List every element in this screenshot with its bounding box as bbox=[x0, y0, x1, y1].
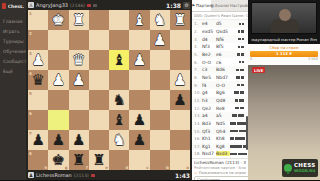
square-c1[interactable]: ♝ bbox=[129, 10, 149, 30]
black-move[interactable]: Nf6 bbox=[216, 37, 230, 42]
stream-column: Международный мастер Роман Янчен Сбор на… bbox=[248, 0, 320, 180]
black-pawn-g7[interactable]: ♟ bbox=[48, 130, 68, 150]
chesswood-logo-line2: WOOD.RU bbox=[294, 169, 316, 173]
move-time-bars bbox=[230, 107, 246, 110]
square-g5[interactable] bbox=[48, 90, 68, 110]
sidebar-item-обучение[interactable]: Обучение bbox=[0, 46, 26, 56]
white-pawn-g4[interactable]: ♟ bbox=[48, 70, 68, 90]
move-row: 1.e4d5 bbox=[192, 20, 248, 28]
black-move[interactable]: O-O bbox=[216, 83, 230, 88]
move-time-bars bbox=[230, 76, 246, 79]
black-move[interactable]: Bg6 bbox=[216, 90, 230, 95]
white-move[interactable]: O-O bbox=[202, 60, 216, 65]
move-time-bars bbox=[230, 91, 246, 94]
move-time-bars bbox=[230, 69, 246, 72]
white-pawn-f4[interactable]: ♟ bbox=[69, 70, 89, 90]
bottom-player-bar: ♟ LichessRoman (2113) 1:43 bbox=[26, 170, 192, 180]
square-e4[interactable] bbox=[89, 70, 109, 90]
bottom-player-avatar[interactable]: ♟ bbox=[28, 172, 34, 178]
square-h1[interactable]: 1 bbox=[28, 10, 48, 30]
tab-label: Настройки bbox=[230, 3, 248, 8]
white-move[interactable]: exd5 bbox=[202, 29, 216, 34]
white-move[interactable]: Nxd7 bbox=[202, 151, 216, 156]
black-move[interactable]: Kg8 bbox=[216, 144, 230, 149]
square-c8[interactable]: c bbox=[129, 150, 149, 170]
tab-label: Анализ bbox=[215, 3, 229, 8]
file-label: h bbox=[44, 165, 47, 170]
donation-amount: 1 113 ₽ bbox=[250, 51, 318, 57]
square-g3[interactable] bbox=[48, 50, 68, 70]
white-pawn-b2[interactable]: ♟ bbox=[150, 30, 170, 50]
chesswood-logo: CHESS WOOD.RU bbox=[282, 159, 318, 177]
square-e1[interactable] bbox=[89, 10, 109, 30]
opening-name: D00: Queen's Pawn Game: Chigorin Variati… bbox=[192, 12, 248, 20]
black-move[interactable]: Nd5 bbox=[216, 121, 230, 126]
streamer-webcam bbox=[251, 2, 317, 34]
live-badge: LIVE bbox=[252, 67, 265, 73]
move-panel-tabs: ⚑Партия▦Анализ⚙Настройки bbox=[192, 0, 248, 12]
move-number: 10. bbox=[194, 90, 202, 95]
settings-icon[interactable]: ⚙ bbox=[183, 2, 190, 9]
move-list: 1.e4d52.exd5Qxd53.d4Nf64.Nf3Bf55.Be2e66.… bbox=[192, 20, 248, 158]
square-d5[interactable]: ♞ bbox=[109, 90, 129, 110]
sidebar-item-играть[interactable]: Играть bbox=[0, 26, 26, 36]
square-a3[interactable] bbox=[170, 50, 190, 70]
square-b8[interactable]: b bbox=[150, 150, 170, 170]
move-row: 10.g4Bg6 bbox=[192, 89, 248, 97]
white-move[interactable]: f4 bbox=[202, 83, 216, 88]
sidebar-item-главная[interactable]: Главная bbox=[0, 16, 26, 26]
square-e6[interactable] bbox=[89, 110, 109, 130]
black-king-g8[interactable]: ♚ bbox=[48, 150, 68, 170]
top-player-badge-icon bbox=[93, 4, 97, 7]
file-label: b bbox=[166, 165, 169, 170]
move-number: 17. bbox=[194, 144, 202, 149]
report-link[interactable]: ⚠ Пожаловаться на игрока bbox=[194, 170, 246, 175]
tab-icon: ⚑ bbox=[192, 3, 195, 8]
move-number: 14. bbox=[194, 121, 202, 126]
square-c6[interactable]: ♟ bbox=[129, 110, 149, 130]
black-move[interactable]: Bf5 bbox=[216, 44, 230, 49]
square-h2[interactable]: 2 bbox=[28, 30, 48, 50]
white-move[interactable]: Qf3 bbox=[202, 129, 216, 134]
square-f6[interactable] bbox=[69, 110, 89, 130]
move-number: 5. bbox=[194, 52, 202, 57]
move-number: 15. bbox=[194, 129, 202, 134]
square-b6[interactable] bbox=[150, 110, 170, 130]
donation-scale-max: 3 000 bbox=[308, 57, 318, 61]
white-move[interactable]: Be2 bbox=[202, 52, 216, 57]
move-time-bars bbox=[230, 38, 246, 41]
black-move[interactable]: a5 bbox=[216, 113, 230, 118]
donation-widget: Сбор на стрим 1 113 ₽ 0 3 000 bbox=[248, 44, 320, 65]
black-move[interactable]: Qxd5 bbox=[216, 29, 230, 34]
move-row: 18.Nxd7Bxd3 bbox=[192, 150, 248, 158]
move-time-bars bbox=[230, 53, 246, 56]
black-pawn-a5[interactable]: ♟ bbox=[170, 90, 190, 110]
square-e8[interactable]: e♜ bbox=[89, 150, 109, 170]
black-move[interactable]: Bd6 bbox=[216, 67, 230, 72]
square-a8[interactable]: a bbox=[170, 150, 190, 170]
square-d1[interactable] bbox=[109, 10, 129, 30]
tab-настройки[interactable]: ⚙Настройки bbox=[229, 0, 248, 11]
move-number: 12. bbox=[194, 106, 202, 111]
black-move[interactable]: d5 bbox=[216, 21, 230, 26]
top-player-name[interactable]: AngryJang33 bbox=[36, 2, 68, 8]
square-b2[interactable]: ♟ bbox=[150, 30, 170, 50]
tab-icon: ▦ bbox=[211, 3, 214, 8]
file-label: c bbox=[146, 165, 148, 170]
move-time-bars bbox=[230, 61, 246, 64]
square-h4[interactable]: 4♛ bbox=[28, 70, 48, 90]
white-rook-f1[interactable]: ♜ bbox=[69, 10, 89, 30]
bottom-player-clock: 1:43 bbox=[175, 172, 190, 179]
square-g7[interactable]: ♟ bbox=[48, 130, 68, 150]
square-a6[interactable] bbox=[170, 110, 190, 130]
site-sidebar: Chess.com ГлавнаяИгратьТурнирыОбучениеСо… bbox=[0, 0, 26, 180]
move-row: 16.Kh1Kh8 bbox=[192, 135, 248, 143]
top-player-flag-icon bbox=[87, 4, 91, 7]
move-row: 6.O-Oc6 bbox=[192, 58, 248, 66]
square-d4[interactable] bbox=[109, 70, 129, 90]
black-bishop-d3[interactable]: ♝ bbox=[109, 50, 129, 70]
white-bishop-c1[interactable]: ♝ bbox=[129, 10, 149, 30]
square-c4[interactable] bbox=[129, 70, 149, 90]
square-b4[interactable] bbox=[150, 70, 170, 90]
black-pawn-f7[interactable]: ♟ bbox=[69, 130, 89, 150]
square-c3[interactable]: ♟ bbox=[129, 50, 149, 70]
white-move[interactable]: g4 bbox=[202, 90, 216, 95]
square-g1[interactable]: ♚ bbox=[48, 10, 68, 30]
square-e5[interactable] bbox=[89, 90, 109, 110]
move-number: 7. bbox=[194, 67, 202, 72]
square-a7[interactable] bbox=[170, 130, 190, 150]
rank-label: 2 bbox=[29, 31, 32, 36]
rank-label: 8 bbox=[29, 151, 32, 156]
white-king-g1[interactable]: ♚ bbox=[48, 10, 68, 30]
square-d3[interactable]: ♝ bbox=[109, 50, 129, 70]
white-move[interactable]: a4 bbox=[202, 113, 216, 118]
sidebar-item-ещё[interactable]: Ещё bbox=[0, 66, 26, 76]
move-row: 5.Be2e6 bbox=[192, 51, 248, 59]
file-label: d bbox=[125, 165, 128, 170]
white-move[interactable]: h3 bbox=[202, 98, 216, 103]
move-number: 3. bbox=[194, 37, 202, 42]
square-f4[interactable]: ♟ bbox=[69, 70, 89, 90]
tree-icon bbox=[284, 164, 292, 172]
black-bishop-d6[interactable]: ♝ bbox=[109, 110, 129, 130]
move-row: 13.a4a5 bbox=[192, 112, 248, 120]
move-number: 4. bbox=[194, 44, 202, 49]
donation-title: Сбор на стрим bbox=[248, 44, 320, 50]
black-knight-d5[interactable]: ♞ bbox=[109, 90, 129, 110]
black-pawn-h7[interactable]: ♟ bbox=[28, 130, 48, 150]
square-f1[interactable]: ♜ bbox=[69, 10, 89, 30]
white-queen-f3[interactable]: ♛ bbox=[69, 50, 89, 70]
move-row: 9.f4O-O bbox=[192, 81, 248, 89]
tab-партия[interactable]: ⚑Партия bbox=[192, 0, 211, 11]
move-row: 2.exd5Qxd5 bbox=[192, 28, 248, 36]
square-e3[interactable] bbox=[89, 50, 109, 70]
square-c5[interactable] bbox=[129, 90, 149, 110]
black-queen-h4[interactable]: ♛ bbox=[28, 70, 48, 90]
move-time-bars bbox=[230, 99, 246, 102]
move-row: 4.Nf3Bf5 bbox=[192, 43, 248, 51]
move-number: 18. bbox=[194, 151, 202, 156]
square-a1[interactable]: ♜ bbox=[170, 10, 190, 30]
move-number: 2. bbox=[194, 29, 202, 34]
move-row: 3.d4Nf6 bbox=[192, 35, 248, 43]
tab-анализ[interactable]: ▦Анализ bbox=[211, 0, 230, 11]
square-d6[interactable]: ♝ bbox=[109, 110, 129, 130]
move-row: 14.Bd3Nd5 bbox=[192, 120, 248, 128]
top-player-rating: (2146) bbox=[70, 3, 85, 8]
black-move[interactable]: c6 bbox=[216, 60, 230, 65]
desk-background: LIVE CHESS WOOD.RU bbox=[248, 65, 320, 180]
square-h7[interactable]: 7♟ bbox=[28, 130, 48, 150]
move-panel: ⚑Партия▦Анализ⚙Настройки D00: Queen's Pa… bbox=[192, 0, 248, 180]
black-rook-e8[interactable]: ♜ bbox=[89, 150, 109, 170]
move-number: 16. bbox=[194, 136, 202, 141]
bottom-player-rating: (2113) bbox=[74, 173, 89, 178]
white-move[interactable]: c3 bbox=[202, 67, 216, 72]
black-move[interactable]: Nbd7 bbox=[216, 75, 230, 80]
move-row: 12.Qe2Re8 bbox=[192, 104, 248, 112]
tab-label: Партия bbox=[196, 3, 211, 8]
square-h6[interactable]: 6 bbox=[28, 110, 48, 130]
move-time-bars bbox=[230, 30, 246, 33]
rank-label: 6 bbox=[29, 111, 32, 116]
move-number: 6. bbox=[194, 60, 202, 65]
square-h3[interactable]: 3♟ bbox=[28, 50, 48, 70]
streamer-caption: Международный мастер Роман Янчен bbox=[251, 35, 317, 43]
move-number: 11. bbox=[194, 98, 202, 103]
square-g2[interactable] bbox=[48, 30, 68, 50]
sidebar-menu: ГлавнаяИгратьТурнирыОбучениеСообществоЕщ… bbox=[0, 16, 26, 76]
square-g8[interactable]: g♚ bbox=[48, 150, 68, 170]
move-time-bars bbox=[230, 23, 246, 26]
white-move[interactable]: e4 bbox=[202, 21, 216, 26]
square-e2[interactable] bbox=[89, 30, 109, 50]
sidebar-item-сообщество[interactable]: Сообщество bbox=[0, 56, 26, 66]
rank-label: 1 bbox=[29, 11, 32, 16]
square-b1[interactable]: ♞ bbox=[150, 10, 170, 30]
board-column: ♙ AngryJang33 (2146) 1:38 ⚙ 1♚♜♝♞♜2♟3♟♛♝… bbox=[26, 0, 192, 180]
move-row: 17.Kg1Kg8 bbox=[192, 143, 248, 151]
move-time-bars bbox=[230, 153, 248, 156]
black-move[interactable]: e6 bbox=[216, 52, 230, 57]
donation-scale-min: 0 bbox=[250, 57, 252, 61]
move-time-bars bbox=[230, 114, 246, 117]
top-player-avatar[interactable]: ♙ bbox=[28, 2, 34, 8]
move-row: 7.c3Bd6 bbox=[192, 66, 248, 74]
square-b5[interactable] bbox=[150, 90, 170, 110]
move-time-bars bbox=[230, 84, 246, 87]
move-time-bars bbox=[230, 46, 246, 49]
white-pawn-c3[interactable]: ♟ bbox=[129, 50, 149, 70]
bottom-player-name[interactable]: LichessRoman bbox=[36, 172, 72, 178]
move-number: 9. bbox=[194, 83, 202, 88]
white-move[interactable]: d4 bbox=[202, 37, 216, 42]
move-number: 8. bbox=[194, 75, 202, 80]
square-c7[interactable]: ♟ bbox=[129, 130, 149, 150]
move-number: 13. bbox=[194, 113, 202, 118]
white-knight-d7[interactable]: ♞ bbox=[109, 130, 129, 150]
square-a5[interactable]: ♟ bbox=[170, 90, 190, 110]
stream-overlay-root: Chess.com ГлавнаяИгратьТурнирыОбучениеСо… bbox=[0, 0, 320, 180]
black-pawn-c6[interactable]: ♟ bbox=[129, 110, 149, 130]
warning-icon: ⚠ bbox=[194, 170, 197, 175]
move-row: 8.Ne5Nbd7 bbox=[192, 74, 248, 82]
donation-progress-bar: 1 113 ₽ bbox=[250, 51, 318, 57]
square-f5[interactable] bbox=[69, 90, 89, 110]
square-a4[interactable]: ♟ bbox=[170, 70, 190, 90]
chat-input[interactable] bbox=[194, 176, 255, 181]
white-move[interactable]: Nf3 bbox=[202, 44, 216, 49]
square-b7[interactable] bbox=[150, 130, 170, 150]
white-rook-a1[interactable]: ♜ bbox=[170, 10, 190, 30]
square-h8[interactable]: 8h bbox=[28, 150, 48, 170]
square-h5[interactable]: 5 bbox=[28, 90, 48, 110]
move-row: 15.Qf3Qh4 bbox=[192, 127, 248, 135]
sidebar-item-турниры[interactable]: Турниры bbox=[0, 36, 26, 46]
streamer-face bbox=[279, 9, 291, 21]
bottom-player-flag-icon bbox=[91, 174, 95, 177]
white-move[interactable]: Kh1 bbox=[202, 136, 216, 141]
square-b3[interactable] bbox=[150, 50, 170, 70]
black-rook-f8[interactable]: ♜ bbox=[69, 150, 89, 170]
move-time-bars bbox=[230, 137, 247, 140]
square-f8[interactable]: f♜ bbox=[69, 150, 89, 170]
square-d8[interactable]: d bbox=[109, 150, 129, 170]
white-move[interactable]: Bd3 bbox=[202, 121, 216, 126]
white-knight-b1[interactable]: ♞ bbox=[150, 10, 170, 30]
site-logo[interactable]: Chess.com bbox=[0, 0, 26, 12]
square-f2[interactable] bbox=[69, 30, 89, 50]
move-number: 1. bbox=[194, 21, 202, 26]
square-d2[interactable] bbox=[109, 30, 129, 50]
black-move[interactable]: Qd8 bbox=[216, 98, 230, 103]
square-a2[interactable] bbox=[170, 30, 190, 50]
move-row: 11.h3Qd8 bbox=[192, 97, 248, 105]
white-move[interactable]: Ne5 bbox=[202, 75, 216, 80]
game-info-chat: LichessRoman (2113) · 3 мин Рейтинговая … bbox=[192, 158, 248, 180]
square-f3[interactable]: ♛ bbox=[69, 50, 89, 70]
black-move[interactable]: Qh4 bbox=[216, 129, 230, 134]
black-pawn-c7[interactable]: ♟ bbox=[129, 130, 149, 150]
black-move[interactable]: Re8 bbox=[216, 106, 230, 111]
square-g6[interactable] bbox=[48, 110, 68, 130]
chess-board[interactable]: 1♚♜♝♞♜2♟3♟♛♝♟4♛♟♟♟5♞♟6♝♟7♟♟♟♞♟8hg♚f♜e♜dc… bbox=[28, 10, 190, 170]
square-c2[interactable] bbox=[129, 30, 149, 50]
rank-label: 5 bbox=[29, 91, 32, 96]
top-player-bar: ♙ AngryJang33 (2146) 1:38 ⚙ bbox=[26, 0, 192, 10]
streamer-silhouette bbox=[271, 19, 299, 34]
white-pawn-h3[interactable]: ♟ bbox=[28, 50, 48, 70]
square-f7[interactable]: ♟ bbox=[69, 130, 89, 150]
square-g4[interactable]: ♟ bbox=[48, 70, 68, 90]
white-pawn-a4[interactable]: ♟ bbox=[170, 70, 190, 90]
square-d7[interactable]: ♞ bbox=[109, 130, 129, 150]
file-label: a bbox=[186, 165, 189, 170]
black-move[interactable]: Kh8 bbox=[216, 136, 230, 141]
site-logo-text: Chess.com bbox=[8, 4, 24, 9]
top-player-clock: 1:38 bbox=[166, 2, 181, 9]
white-move[interactable]: Kg1 bbox=[202, 144, 216, 149]
square-e7[interactable] bbox=[89, 130, 109, 150]
black-move[interactable]: Bxd3 bbox=[216, 151, 230, 156]
white-move[interactable]: Qe2 bbox=[202, 106, 216, 111]
site-logo-icon bbox=[2, 3, 6, 9]
